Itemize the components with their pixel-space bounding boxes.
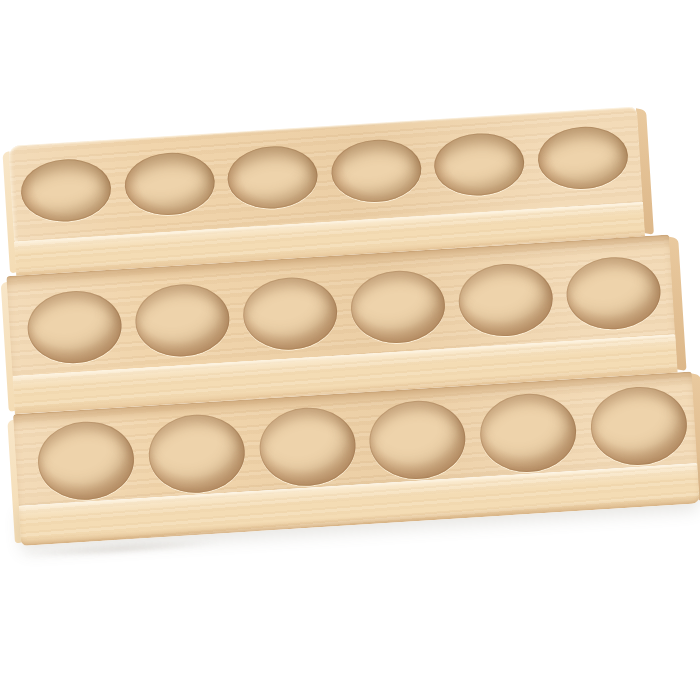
bottle-hole-r1-c1 (19, 157, 113, 225)
bottle-hole-r2-c4 (349, 268, 447, 346)
wooden-display-rack (0, 104, 700, 546)
bottle-hole-r3-c2 (146, 412, 247, 496)
bottle-hole-r1-c3 (226, 144, 320, 212)
bottle-hole-r1-c6 (536, 124, 630, 192)
bottle-hole-r3-c3 (257, 405, 358, 489)
bottle-hole-r3-c5 (478, 391, 579, 475)
product-photo-background (0, 0, 700, 700)
bottle-hole-r2-c2 (133, 282, 231, 360)
bottle-hole-r1-c2 (123, 150, 217, 218)
bottle-hole-r3-c4 (367, 398, 468, 482)
bottle-hole-r3-c6 (589, 384, 690, 468)
bottle-hole-r1-c4 (329, 137, 423, 205)
bottle-hole-r2-c3 (241, 275, 339, 353)
bottle-hole-r2-c6 (564, 254, 662, 332)
bottle-hole-r1-c5 (433, 131, 527, 199)
bottle-hole-r2-c5 (457, 261, 555, 339)
bottle-hole-r3-c1 (36, 419, 137, 503)
bottle-hole-r2-c1 (25, 288, 123, 366)
